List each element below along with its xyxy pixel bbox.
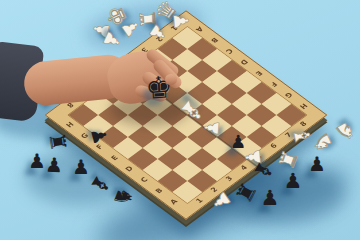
- scattered-black-pawn: ♟: [45, 155, 64, 176]
- scattered-black-pawn: ♟: [261, 188, 280, 209]
- scattered-black-rook: ♜: [45, 131, 68, 153]
- scattered-white-pawn: ♟: [170, 11, 191, 31]
- scattered-black-rook: ♜: [233, 179, 262, 207]
- scattered-black-pawn: ♟: [28, 151, 46, 171]
- scene: 87654321 12345678 HGFEDCBA ABCDEFGH ♚♝♟♚…: [0, 0, 360, 240]
- scattered-black-pawn: ♟: [72, 157, 90, 177]
- fingertip: [165, 74, 177, 85]
- scattered-white-pawn: ♟: [242, 147, 263, 167]
- scattered-black-knight: ♞: [109, 184, 137, 211]
- scattered-white-pawn: ♟: [202, 119, 222, 138]
- scattered-black-pawn: ♟: [284, 171, 303, 192]
- scattered-black-pawn: ♟: [308, 154, 326, 174]
